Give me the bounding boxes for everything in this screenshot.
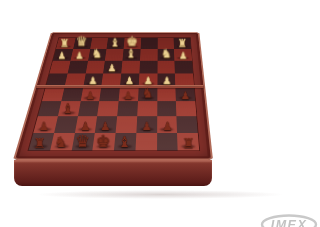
- piece-dark-pawn-f2: ♟: [136, 121, 157, 132]
- piece-dark-king-d1: ♚: [93, 133, 114, 150]
- piece-light-pawn-g5: ♟: [157, 76, 175, 86]
- cell-g3: [157, 101, 177, 116]
- piece-light-pawn-d6: ♟: [103, 63, 121, 73]
- piece-light-pawn-a7: ♟: [53, 51, 70, 61]
- piece-light-knight-g7: ♞: [157, 48, 174, 60]
- piece-light-knight-c7: ♞: [88, 48, 105, 60]
- cell-g6: [157, 61, 175, 74]
- piece-light-pawn-f5: ♟: [139, 76, 157, 86]
- piece-dark-pawn-e4: ♟: [119, 90, 138, 101]
- cell-c4: ♟: [80, 87, 101, 101]
- piece-dark-rook-h1: ♜: [178, 136, 199, 150]
- cell-g1: [157, 133, 178, 151]
- piece-light-rook-h8: ♜: [174, 38, 191, 49]
- cell-a2: ♟: [33, 116, 57, 132]
- piece-dark-knight-b1: ♞: [50, 135, 71, 150]
- cell-e7: ♝: [122, 49, 140, 61]
- cell-f5: ♟: [138, 73, 157, 86]
- cell-g5: ♟: [157, 73, 176, 86]
- cell-g2: ♟: [157, 116, 178, 132]
- chess-board: ♜♛♝♚♜♟♟♞♝♞♟♟♟♟♟♟♟♟♞♟♝♟♟♟♟♟♜♞♛♚♝♜: [13, 32, 213, 160]
- cell-d4: [99, 87, 120, 101]
- piece-dark-bishop-e1: ♝: [114, 135, 135, 150]
- piece-light-pawn-c5: ♟: [83, 76, 101, 86]
- cell-h3: [176, 101, 196, 116]
- piece-light-bishop-d8: ♝: [107, 37, 124, 49]
- cell-c3: [78, 101, 100, 116]
- cell-d8: ♝: [107, 38, 125, 49]
- piece-light-queen-b8: ♛: [73, 35, 90, 48]
- piece-layer: ♜♛♝♚♜♟♟♞♝♞♟♟♟♟♟♟♟♟♞♟♝♟♟♟♟♟♜♞♛♚♝♜: [29, 38, 200, 151]
- cell-e6: [121, 61, 140, 74]
- cell-e2: [116, 116, 137, 132]
- cell-c5: ♟: [83, 73, 103, 86]
- cell-b3: ♝: [58, 101, 81, 116]
- cell-d1: ♚: [93, 133, 116, 151]
- piece-dark-pawn-a2: ♟: [34, 121, 55, 132]
- board-front-edge: [14, 160, 212, 186]
- cell-h5: [175, 73, 194, 86]
- cell-f4: ♞: [138, 87, 157, 101]
- cell-f8: [140, 38, 157, 49]
- cell-b1: ♞: [50, 133, 75, 151]
- piece-light-rook-a8: ♜: [56, 38, 73, 49]
- piece-dark-bishop-b3: ♝: [58, 102, 78, 116]
- cell-c7: ♞: [88, 49, 107, 61]
- piece-dark-pawn-c4: ♟: [80, 90, 99, 101]
- cell-h4: ♟: [176, 87, 196, 101]
- cell-f2: ♟: [136, 116, 157, 132]
- cell-c6: [85, 61, 105, 74]
- cell-e5: ♟: [120, 73, 139, 86]
- cell-h1: ♜: [177, 133, 199, 151]
- cell-f1: [135, 133, 156, 151]
- cell-h6: [175, 61, 193, 74]
- cell-f6: [139, 61, 157, 74]
- piece-dark-queen-c1: ♛: [71, 133, 92, 150]
- cell-d3: [97, 101, 118, 116]
- cell-d6: ♟: [103, 61, 122, 74]
- piece-dark-rook-a1: ♜: [29, 136, 50, 150]
- cell-f3: [137, 101, 157, 116]
- piece-light-bishop-e7: ♝: [122, 48, 139, 60]
- cell-b8: ♛: [73, 38, 92, 49]
- piece-light-pawn-b7: ♟: [70, 51, 87, 61]
- cell-h7: ♟: [174, 49, 192, 61]
- piece-light-pawn-e5: ♟: [120, 76, 138, 86]
- piece-dark-knight-f4: ♞: [138, 87, 157, 100]
- cell-h2: [177, 116, 198, 132]
- piece-dark-pawn-h4: ♟: [176, 90, 195, 101]
- cell-b7: ♟: [70, 49, 90, 61]
- cell-g4: [157, 87, 176, 101]
- cell-d7: [105, 49, 124, 61]
- cell-e3: [117, 101, 138, 116]
- cell-f7: [140, 49, 157, 61]
- cell-g7: ♞: [157, 49, 174, 61]
- piece-light-pawn-h7: ♟: [175, 51, 192, 61]
- piece-dark-pawn-g2: ♟: [157, 121, 178, 132]
- cell-d5: [101, 73, 121, 86]
- cell-e1: ♝: [114, 133, 136, 151]
- cell-h8: ♜: [174, 38, 191, 49]
- cell-e4: ♟: [119, 87, 139, 101]
